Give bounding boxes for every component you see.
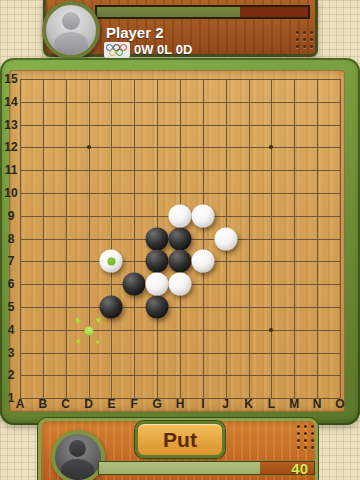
row-label-11: 11 xyxy=(5,163,18,177)
screw-dot xyxy=(304,432,307,435)
last-move-marker xyxy=(107,257,115,265)
grid-line-vertical xyxy=(340,79,341,398)
screw-dot xyxy=(297,439,300,442)
screw-dot xyxy=(303,31,306,34)
row-label-13: 13 xyxy=(4,118,17,132)
put-button[interactable]: Put xyxy=(135,421,225,458)
column-label-i: I xyxy=(201,397,204,411)
screw-dot xyxy=(303,45,306,48)
column-label-b: B xyxy=(39,397,48,411)
olympic-rings-icon xyxy=(104,42,130,58)
avatar-torso-icon xyxy=(61,459,94,480)
timer-value: 40 xyxy=(291,461,308,475)
column-label-h: H xyxy=(176,397,185,411)
screw-dot xyxy=(310,31,313,34)
player2-record: 0W 0L 0D xyxy=(134,42,192,57)
ring-yellow xyxy=(109,49,116,56)
player1-timer-bar: 40 xyxy=(98,461,315,475)
row-label-6: 6 xyxy=(8,277,15,291)
white-stone-i9 xyxy=(191,204,214,227)
screw-dot xyxy=(303,38,306,41)
game-screen: Player 2 0W 0L 0D 151413121110987654321A… xyxy=(0,0,360,480)
screw-dot xyxy=(296,45,299,48)
screw-dot xyxy=(297,425,300,428)
column-label-a: A xyxy=(16,397,25,411)
column-label-o: O xyxy=(335,397,344,411)
screw-dot xyxy=(297,432,300,435)
row-label-3: 3 xyxy=(8,346,15,360)
black-stone-e5 xyxy=(100,296,123,319)
avatar-torso-icon xyxy=(54,32,88,56)
row-label-8: 8 xyxy=(8,232,15,246)
white-stone-g6 xyxy=(146,273,169,296)
screw-dot xyxy=(311,432,314,435)
player2-timer-bar xyxy=(95,5,310,19)
screw-dot xyxy=(296,31,299,34)
decorative-screws-top xyxy=(296,31,313,48)
black-stone-g5 xyxy=(146,296,169,319)
black-stone-g7 xyxy=(146,250,169,273)
screw-dot xyxy=(311,446,314,449)
row-label-7: 7 xyxy=(8,254,15,268)
screw-dot xyxy=(297,446,300,449)
black-stone-h8 xyxy=(168,227,191,250)
white-stone-h6 xyxy=(168,273,191,296)
column-label-c: C xyxy=(61,397,70,411)
row-label-12: 12 xyxy=(4,140,17,154)
star-point-l12 xyxy=(269,145,273,149)
grid-line-horizontal xyxy=(20,353,340,354)
star-point-l4 xyxy=(269,328,273,332)
avatar-head-icon xyxy=(69,440,86,457)
avatar-head-icon xyxy=(62,12,80,30)
player1-timer-fill xyxy=(99,462,260,474)
screw-dot xyxy=(311,439,314,442)
row-label-14: 14 xyxy=(4,95,17,109)
player1-avatar xyxy=(51,430,105,480)
screw-dot xyxy=(296,38,299,41)
white-stone-j8 xyxy=(214,227,237,250)
screw-dot xyxy=(304,439,307,442)
black-stone-g8 xyxy=(146,227,169,250)
grid-line-vertical xyxy=(317,79,318,398)
grid-line-vertical xyxy=(271,79,272,398)
column-label-g: G xyxy=(152,397,161,411)
grid-line-vertical xyxy=(294,79,295,398)
grid-line-vertical xyxy=(249,79,250,398)
grid-line-horizontal xyxy=(20,307,340,308)
row-label-1: 1 xyxy=(8,391,15,405)
column-label-d: D xyxy=(84,397,93,411)
player2-avatar xyxy=(42,1,100,59)
column-label-j: J xyxy=(222,397,229,411)
column-label-m: M xyxy=(289,397,299,411)
column-label-l: L xyxy=(268,397,275,411)
player2-name: Player 2 xyxy=(106,24,164,41)
row-label-10: 10 xyxy=(4,186,17,200)
grid-line-horizontal xyxy=(20,375,340,376)
decorative-screws-bottom xyxy=(297,425,314,449)
white-stone-h9 xyxy=(168,204,191,227)
black-stone-f6 xyxy=(123,273,146,296)
grid-line-vertical xyxy=(203,79,204,398)
screw-dot xyxy=(304,425,307,428)
player2-timer-fill xyxy=(97,7,240,17)
column-label-e: E xyxy=(107,397,115,411)
ring-green xyxy=(116,49,123,56)
row-label-9: 9 xyxy=(8,209,15,223)
white-stone-e7 xyxy=(100,250,123,273)
white-stone-i7 xyxy=(191,250,214,273)
row-label-4: 4 xyxy=(8,323,15,337)
row-label-15: 15 xyxy=(4,72,17,86)
column-label-k: K xyxy=(244,397,253,411)
column-label-n: N xyxy=(313,397,322,411)
screw-dot xyxy=(310,45,313,48)
grid-line-horizontal xyxy=(20,330,340,331)
column-label-f: F xyxy=(131,397,138,411)
star-point-d12 xyxy=(87,145,91,149)
screw-dot xyxy=(304,446,307,449)
black-stone-h7 xyxy=(168,250,191,273)
screw-dot xyxy=(311,425,314,428)
row-label-5: 5 xyxy=(8,300,15,314)
row-label-2: 2 xyxy=(8,368,15,382)
screw-dot xyxy=(310,38,313,41)
